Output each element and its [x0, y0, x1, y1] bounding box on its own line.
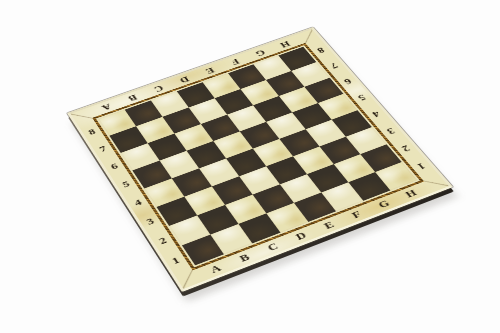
chess-board: ABCDEFGH ABCDEFGH 87654321 87654321 — [67, 27, 453, 292]
board-frame: ABCDEFGH ABCDEFGH 87654321 87654321 — [71, 29, 449, 289]
playing-field — [98, 47, 417, 266]
photo-stage: ABCDEFGH ABCDEFGH 87654321 87654321 — [0, 0, 500, 333]
playing-field-border — [92, 43, 424, 270]
